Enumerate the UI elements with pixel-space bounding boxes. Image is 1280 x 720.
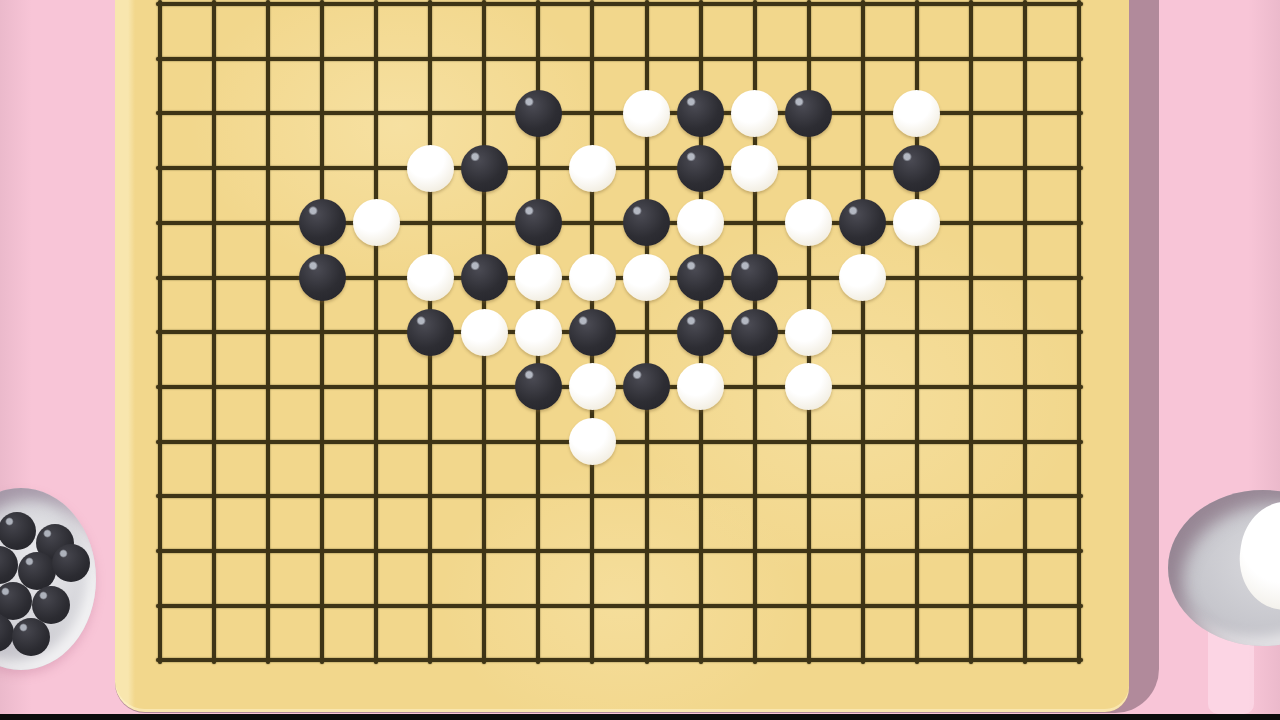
white-stone-r8-c8[interactable] xyxy=(569,418,616,465)
white-stone-r5-c9[interactable] xyxy=(623,254,670,301)
white-stone-r6-c12[interactable] xyxy=(785,309,832,356)
black-stone-r6-c11[interactable] xyxy=(731,309,778,356)
black-stone-r2-c12[interactable] xyxy=(785,90,832,137)
white-stone-r7-c8[interactable] xyxy=(569,363,616,410)
white-stone-bowl[interactable] xyxy=(1168,490,1280,646)
black-stone-r6-c8[interactable] xyxy=(569,309,616,356)
black-stone-r4-c7[interactable] xyxy=(515,199,562,246)
white-stone-r6-c7[interactable] xyxy=(515,309,562,356)
bowl-black-stone-0 xyxy=(0,512,36,550)
white-stone-r3-c5[interactable] xyxy=(407,145,454,192)
bowl-black-stone-4 xyxy=(52,544,90,582)
black-stone-r6-c10[interactable] xyxy=(677,309,724,356)
game-screen xyxy=(0,0,1280,720)
black-stone-r2-c7[interactable] xyxy=(515,90,562,137)
black-stone-r4-c3[interactable] xyxy=(299,199,346,246)
go-board[interactable] xyxy=(115,0,1129,712)
bowl-black-stone-2 xyxy=(0,546,18,584)
white-stone-r2-c9[interactable] xyxy=(623,90,670,137)
white-stone-r3-c8[interactable] xyxy=(569,145,616,192)
white-stone-r6-c6[interactable] xyxy=(461,309,508,356)
black-stone-r5-c10[interactable] xyxy=(677,254,724,301)
grid-line-h-9 xyxy=(156,494,1083,498)
grid-line-h-1 xyxy=(156,57,1083,61)
grid-line-h-3 xyxy=(156,166,1083,170)
black-stone-r3-c14[interactable] xyxy=(893,145,940,192)
white-stone-r7-c12[interactable] xyxy=(785,363,832,410)
black-stone-bowl[interactable] xyxy=(0,488,96,670)
white-stone-pile xyxy=(1233,496,1280,616)
black-stone-r5-c6[interactable] xyxy=(461,254,508,301)
black-stone-r2-c10[interactable] xyxy=(677,90,724,137)
white-stone-r4-c10[interactable] xyxy=(677,199,724,246)
black-stone-r4-c9[interactable] xyxy=(623,199,670,246)
grid-line-h-10 xyxy=(156,549,1083,553)
grid-line-h-11 xyxy=(156,604,1083,608)
white-stone-r4-c12[interactable] xyxy=(785,199,832,246)
grid-line-h-5 xyxy=(156,276,1083,280)
black-stone-r6-c5[interactable] xyxy=(407,309,454,356)
white-stone-r5-c13[interactable] xyxy=(839,254,886,301)
black-stone-r3-c6[interactable] xyxy=(461,145,508,192)
grid-line-h-2 xyxy=(156,111,1083,115)
bowl-black-stone-5 xyxy=(0,582,32,620)
grid-line-h-7 xyxy=(156,385,1083,389)
white-stone-r4-c4[interactable] xyxy=(353,199,400,246)
grid-line-h-12 xyxy=(156,658,1083,662)
black-stone-r3-c10[interactable] xyxy=(677,145,724,192)
black-stone-r5-c3[interactable] xyxy=(299,254,346,301)
white-stone-r5-c8[interactable] xyxy=(569,254,616,301)
white-stone-r2-c11[interactable] xyxy=(731,90,778,137)
bowl-black-stone-8 xyxy=(12,618,50,656)
white-stone-r5-c7[interactable] xyxy=(515,254,562,301)
letterbox-bar xyxy=(0,714,1280,720)
grid-line-h-8 xyxy=(156,440,1083,444)
white-stone-r4-c14[interactable] xyxy=(893,199,940,246)
black-stone-r7-c9[interactable] xyxy=(623,363,670,410)
black-stone-r7-c7[interactable] xyxy=(515,363,562,410)
grid-line-h-6 xyxy=(156,330,1083,334)
white-stone-r2-c14[interactable] xyxy=(893,90,940,137)
white-stone-r7-c10[interactable] xyxy=(677,363,724,410)
black-stone-r4-c13[interactable] xyxy=(839,199,886,246)
white-stone-r5-c5[interactable] xyxy=(407,254,454,301)
grid-line-h-4 xyxy=(156,221,1083,225)
white-stone-r3-c11[interactable] xyxy=(731,145,778,192)
black-stone-r5-c11[interactable] xyxy=(731,254,778,301)
grid-line-h-0 xyxy=(156,2,1083,6)
